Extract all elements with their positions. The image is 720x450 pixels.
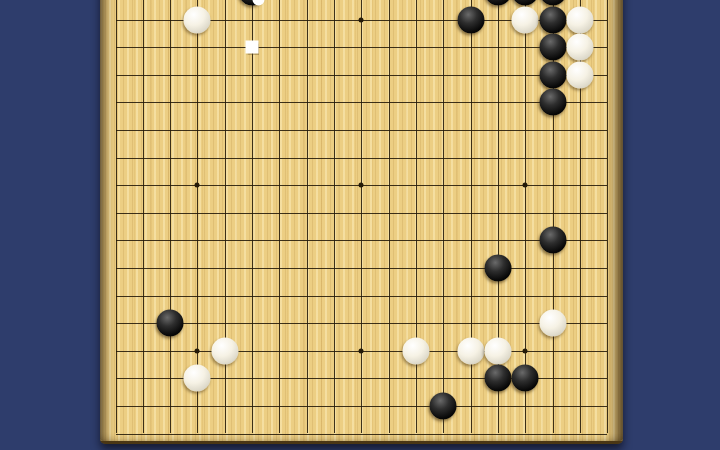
star-point (195, 183, 200, 188)
last-move-circle-marker (253, 0, 265, 5)
white-stone (567, 61, 594, 88)
black-stone (485, 254, 512, 281)
grid-line-vertical (361, 0, 362, 433)
grid-line-vertical (416, 0, 417, 433)
square-marker (246, 41, 259, 54)
black-stone (539, 6, 566, 33)
black-stone (512, 0, 539, 5)
grid-line-horizontal (116, 75, 608, 76)
black-stone (539, 227, 566, 254)
star-point (359, 17, 364, 22)
white-stone (457, 337, 484, 364)
grid-line-vertical (116, 0, 117, 433)
grid-line-vertical (443, 0, 444, 433)
grid-line-vertical (607, 0, 608, 433)
white-stone (211, 337, 238, 364)
black-stone (539, 89, 566, 116)
black-stone (457, 6, 484, 33)
star-point (195, 348, 200, 353)
grid-line-vertical (334, 0, 335, 433)
black-stone (485, 365, 512, 392)
star-point (359, 183, 364, 188)
grid-line-vertical (389, 0, 390, 433)
black-stone (512, 365, 539, 392)
grid-line-horizontal (116, 434, 608, 435)
white-stone (184, 6, 211, 33)
grid-line-horizontal (116, 158, 608, 159)
white-stone (567, 34, 594, 61)
grid-line-vertical (170, 0, 171, 433)
grid-line-vertical (279, 0, 280, 433)
white-stone (539, 310, 566, 337)
grid-line-horizontal (116, 47, 608, 48)
black-stone (430, 392, 457, 419)
white-stone (512, 6, 539, 33)
grid-line-vertical (252, 0, 253, 433)
grid-line-vertical (143, 0, 144, 433)
star-point (359, 348, 364, 353)
grid-line-horizontal (116, 102, 608, 103)
black-stone (157, 310, 184, 337)
black-stone (539, 0, 566, 5)
black-stone (485, 0, 512, 5)
go-board[interactable] (100, 0, 623, 444)
grid-line-vertical (307, 0, 308, 433)
grid-line-vertical (225, 0, 226, 433)
white-stone (567, 6, 594, 33)
grid-line-horizontal (116, 130, 608, 131)
black-stone (239, 0, 266, 5)
black-stone (539, 61, 566, 88)
grid-line-vertical (471, 0, 472, 433)
white-stone (485, 337, 512, 364)
star-point (523, 348, 528, 353)
app-background (0, 0, 720, 450)
star-point (523, 183, 528, 188)
black-stone (539, 34, 566, 61)
white-stone (403, 337, 430, 364)
white-stone (184, 365, 211, 392)
